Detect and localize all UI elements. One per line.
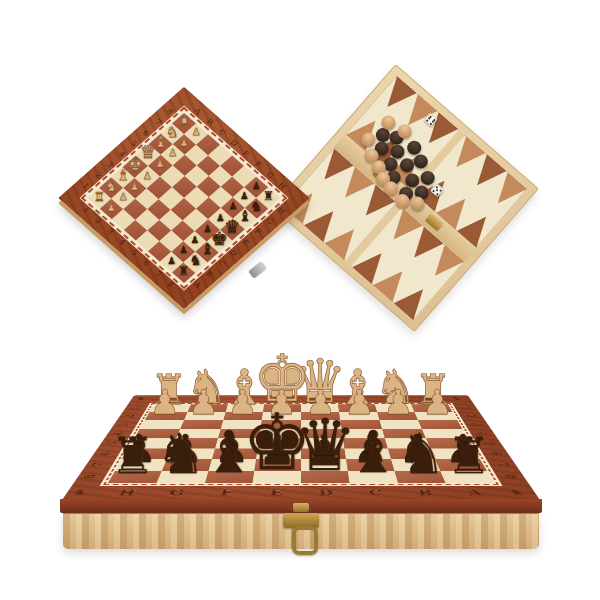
coordinate-label: A <box>193 280 203 289</box>
file-letter: H <box>117 488 138 498</box>
rank-number: 5 <box>482 442 497 445</box>
rank-number: 6 <box>98 452 114 455</box>
coordinate-label: 4 <box>117 149 127 158</box>
coordinate-label: 3 <box>105 160 115 169</box>
coordinate-label: 8 <box>165 280 175 289</box>
rank-number: 6 <box>488 452 504 455</box>
coordinate-label: 5 <box>129 248 139 257</box>
coordinate-label: F <box>253 227 263 236</box>
corner-knight-mark: ♞ <box>71 488 90 496</box>
rank-number: 4 <box>476 432 491 435</box>
coordinate-label: H <box>276 205 287 215</box>
product-photo-scene: ♜♟♟♜♞♟♟♞♝♟♟♝♛♟♟♛♚♟♟♚♝♟♟♝♞♟♟♞♜♟♟♜ 8HA17GB… <box>0 0 600 600</box>
coordinate-label: E <box>241 149 251 158</box>
file-letter: B <box>417 488 435 498</box>
rank-number: 5 <box>105 442 120 445</box>
file-letter: E <box>269 488 282 498</box>
coordinate-label: 1 <box>81 181 91 190</box>
file-letter: F <box>219 488 233 498</box>
coordinate-label: 5 <box>129 139 139 148</box>
die-pip <box>439 188 442 191</box>
coordinate-label: 7 <box>153 118 163 127</box>
rank-number: 7 <box>495 463 512 467</box>
coordinate-label: 6 <box>141 128 151 137</box>
coordinate-label: G <box>264 216 275 226</box>
file-letter: C <box>368 488 383 498</box>
file-letter: A <box>466 488 484 498</box>
folded-chess-board: ♜♟♟♜♞♟♟♞♝♟♟♝♛♟♟♛♚♟♟♚♝♟♟♝♞♟♟♞♜♟♟♜ 8HA17GB… <box>58 87 310 310</box>
coordinate-label: 6 <box>141 259 151 268</box>
brass-latch-loop <box>292 526 318 555</box>
latch-keeper <box>293 503 309 512</box>
die-pip <box>436 192 439 195</box>
coordinate-label: 2 <box>93 216 103 225</box>
coordinate-label: G <box>264 170 275 180</box>
front-board-coordinates: HGFEDCBA1122334455667788♞♞♞♞ <box>62 395 540 500</box>
coordinate-label: C <box>216 128 227 137</box>
coordinate-label: 4 <box>117 238 127 247</box>
rank-number: 8 <box>503 475 520 479</box>
backgammon-open-case <box>271 64 539 332</box>
coordinate-label: B <box>205 117 216 126</box>
rank-number: 8 <box>82 475 99 479</box>
rank-number: 2 <box>465 415 479 418</box>
coordinate-label: H <box>276 181 287 191</box>
folded-board-coordinates: 8HA17GB26FC35ED44DE53CF62BG71AH8 <box>58 87 310 310</box>
coordinate-label: E <box>241 237 251 246</box>
die-pip <box>435 185 438 188</box>
coordinate-label: F <box>253 160 263 169</box>
rank-number: 4 <box>111 432 126 435</box>
die <box>430 183 444 197</box>
die <box>424 113 438 127</box>
folded-board-latch <box>248 262 266 279</box>
file-letter: D <box>318 488 333 498</box>
corner-knight-mark: ♞ <box>135 397 148 401</box>
rank-number: 1 <box>460 407 473 409</box>
die-pip <box>432 189 435 192</box>
die-pip <box>436 189 439 192</box>
front-chess-board-surface: HGFEDCBA1122334455667788♞♞♞♞ <box>62 395 540 500</box>
coordinate-label: C <box>216 259 227 268</box>
coordinate-label: 7 <box>153 270 163 279</box>
rank-number: 3 <box>117 423 131 426</box>
coordinate-label: 3 <box>105 227 115 236</box>
corner-knight-mark: ♞ <box>451 397 464 401</box>
rank-number: 7 <box>90 463 107 467</box>
coordinate-label: B <box>205 269 216 278</box>
coordinate-label: D <box>228 138 239 148</box>
coordinate-label: 2 <box>93 171 103 180</box>
coordinate-label: 1 <box>81 206 91 215</box>
corner-knight-mark: ♞ <box>507 488 526 496</box>
rank-number: 2 <box>123 415 137 418</box>
coordinate-label: D <box>228 248 239 258</box>
checkers-and-dice-layer <box>271 64 539 332</box>
coordinate-label: 8 <box>165 107 175 116</box>
coordinate-label: A <box>193 107 203 116</box>
file-letter: G <box>168 488 186 498</box>
rank-number: 1 <box>129 407 142 409</box>
rank-number: 3 <box>470 423 484 426</box>
